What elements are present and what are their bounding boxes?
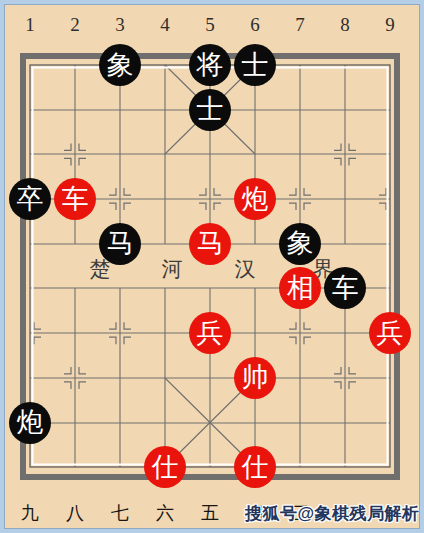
piece-red-cannon[interactable]: 炮	[234, 178, 276, 220]
piece-black-soldier[interactable]: 卒	[9, 178, 51, 220]
piece-black-horse[interactable]: 马	[99, 223, 141, 265]
piece-red-chariot[interactable]: 车	[54, 178, 96, 220]
file-label-top-7: 7	[278, 14, 323, 36]
file-label-top-8: 8	[323, 14, 368, 36]
file-label-bottom-4: 六	[143, 502, 188, 524]
piece-black-cannon[interactable]: 炮	[9, 402, 51, 444]
file-label-top-5: 5	[188, 14, 233, 36]
top-file-labels: 123456789	[8, 14, 413, 36]
piece-red-soldier[interactable]: 兵	[189, 312, 231, 354]
piece-red-horse[interactable]: 马	[189, 223, 231, 265]
piece-red-advisor[interactable]: 仕	[234, 446, 276, 488]
file-label-top-9: 9	[368, 14, 413, 36]
piece-black-chariot[interactable]: 车	[324, 267, 366, 309]
piece-black-advisor[interactable]: 士	[189, 89, 231, 131]
piece-red-elephant[interactable]: 相	[279, 267, 321, 309]
piece-red-general[interactable]: 帅	[234, 357, 276, 399]
pieces-grid: 象将士士卒车炮马马象相车兵兵帅炮仕仕	[8, 43, 413, 490]
file-label-bottom-1: 九	[8, 502, 53, 524]
file-label-top-1: 1	[8, 14, 53, 36]
piece-black-elephant[interactable]: 象	[279, 223, 321, 265]
xiangqi-diagram: 123456789 楚河汉界 象将士士卒车炮马马象相车兵兵帅炮仕仕 九八七六五四…	[0, 0, 424, 533]
piece-red-advisor[interactable]: 仕	[144, 446, 186, 488]
piece-black-general[interactable]: 将	[189, 44, 231, 86]
file-label-top-3: 3	[98, 14, 143, 36]
file-label-top-6: 6	[233, 14, 278, 36]
piece-black-elephant[interactable]: 象	[99, 44, 141, 86]
file-label-bottom-5: 五	[188, 502, 233, 524]
file-label-bottom-3: 七	[98, 502, 143, 524]
file-label-top-4: 4	[143, 14, 188, 36]
file-label-top-2: 2	[53, 14, 98, 36]
file-label-bottom-2: 八	[53, 502, 98, 524]
piece-red-soldier[interactable]: 兵	[369, 312, 411, 354]
watermark: 搜狐号@象棋残局解析	[245, 502, 420, 525]
piece-black-advisor[interactable]: 士	[234, 44, 276, 86]
